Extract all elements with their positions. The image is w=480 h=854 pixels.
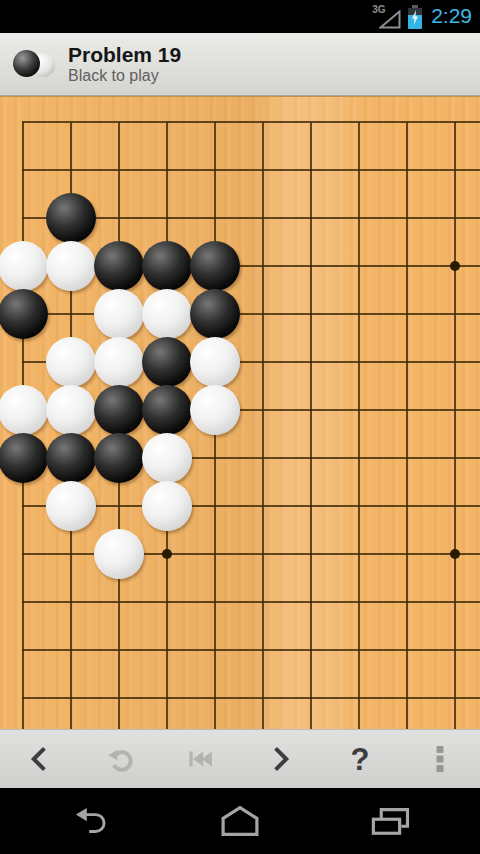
grid-line-horizontal bbox=[22, 313, 480, 315]
grid-line-horizontal bbox=[22, 553, 480, 555]
star-point bbox=[162, 549, 172, 559]
white-stone bbox=[46, 385, 96, 435]
grid-line-horizontal bbox=[22, 169, 480, 171]
undo-button[interactable] bbox=[80, 730, 160, 788]
black-stone bbox=[46, 433, 96, 483]
go-stones-icon bbox=[13, 49, 57, 79]
overflow-menu-icon bbox=[427, 743, 453, 775]
star-point bbox=[450, 549, 460, 559]
android-navbar bbox=[0, 788, 480, 854]
nav-home-icon bbox=[218, 805, 262, 837]
rewind-icon bbox=[184, 744, 216, 774]
grid-line-horizontal bbox=[22, 121, 480, 123]
white-stone bbox=[46, 337, 96, 387]
chevron-right-icon bbox=[265, 743, 295, 775]
rewind-button[interactable] bbox=[160, 730, 240, 788]
white-stone bbox=[142, 481, 192, 531]
black-stone bbox=[142, 337, 192, 387]
app-header: Problem 19 Black to play bbox=[0, 33, 480, 96]
overflow-menu-button[interactable] bbox=[400, 730, 480, 788]
undo-arrow-icon bbox=[104, 743, 136, 775]
white-stone bbox=[190, 337, 240, 387]
black-stone bbox=[46, 193, 96, 243]
nav-recents-icon bbox=[369, 805, 411, 837]
status-bar: 3G 2:29 bbox=[0, 0, 480, 33]
white-stone bbox=[0, 241, 48, 291]
white-stone bbox=[94, 289, 144, 339]
white-stone bbox=[46, 241, 96, 291]
grid-line-vertical bbox=[310, 122, 312, 730]
header-text: Problem 19 Black to play bbox=[68, 43, 181, 86]
grid-line-vertical bbox=[358, 122, 360, 730]
page-title: Problem 19 bbox=[68, 43, 181, 67]
question-mark-icon: ? bbox=[351, 744, 370, 775]
clock: 2:29 bbox=[431, 4, 472, 28]
grid-line-vertical bbox=[262, 122, 264, 730]
toolbar: ? bbox=[0, 729, 480, 788]
white-stone bbox=[142, 433, 192, 483]
phone-screen: 3G 2:29 Problem 19 Black to play bbox=[0, 0, 480, 854]
black-stone bbox=[94, 385, 144, 435]
go-board[interactable] bbox=[0, 96, 480, 729]
signal-triangle-icon bbox=[379, 10, 401, 29]
black-stone bbox=[142, 385, 192, 435]
white-stone bbox=[0, 385, 48, 435]
white-stone bbox=[94, 337, 144, 387]
signal-indicator: 3G bbox=[371, 3, 403, 31]
chevron-left-icon bbox=[25, 743, 55, 775]
black-stone bbox=[142, 241, 192, 291]
nav-home-button[interactable] bbox=[180, 788, 300, 854]
star-point bbox=[450, 261, 460, 271]
nav-back-icon bbox=[69, 805, 111, 837]
white-stone bbox=[190, 385, 240, 435]
next-button[interactable] bbox=[240, 730, 320, 788]
nav-back-button[interactable] bbox=[30, 788, 150, 854]
white-stone bbox=[142, 289, 192, 339]
black-stone bbox=[94, 433, 144, 483]
grid-line-vertical bbox=[454, 122, 456, 730]
hint-button[interactable]: ? bbox=[320, 730, 400, 788]
black-stone bbox=[0, 289, 48, 339]
white-stone bbox=[94, 529, 144, 579]
grid-line-horizontal bbox=[22, 697, 480, 699]
nav-recents-button[interactable] bbox=[330, 788, 450, 854]
previous-button[interactable] bbox=[0, 730, 80, 788]
battery-charging-icon bbox=[407, 5, 423, 29]
grid-line-horizontal bbox=[22, 649, 480, 651]
page-subtitle: Black to play bbox=[68, 67, 181, 85]
grid-line-horizontal bbox=[22, 601, 480, 603]
grid-line-vertical bbox=[406, 122, 408, 730]
black-stone bbox=[190, 241, 240, 291]
black-stone bbox=[0, 433, 48, 483]
black-stone bbox=[94, 241, 144, 291]
black-stone bbox=[190, 289, 240, 339]
white-stone bbox=[46, 481, 96, 531]
